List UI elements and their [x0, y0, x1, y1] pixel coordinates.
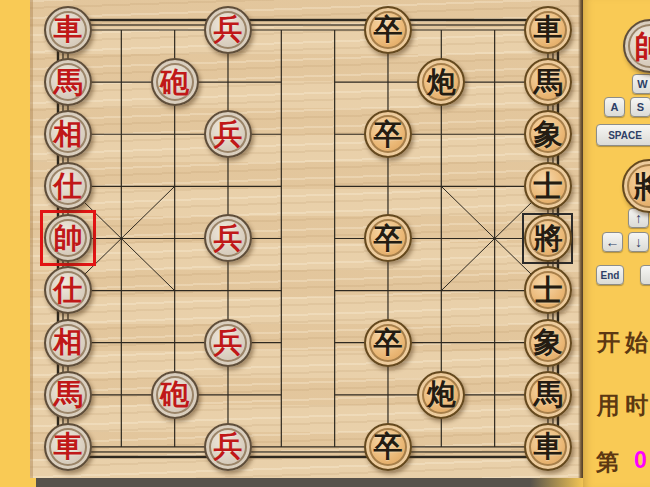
piece-black-advisor[interactable]: 士: [524, 266, 572, 314]
red-general-icon: 帥: [623, 19, 650, 73]
key-w-icon: W: [632, 74, 650, 94]
piece-red-cannon[interactable]: 砲: [151, 58, 199, 106]
sidebar: 帥 W A S SPACE 將 ↑ ← ↓ End 开始 用时 第 0: [583, 0, 650, 487]
key-s-icon: S: [630, 97, 650, 117]
piece-red-general[interactable]: 帥: [44, 214, 92, 262]
piece-black-soldier[interactable]: 卒: [364, 423, 412, 471]
move-number: 0: [634, 447, 647, 478]
xiangqi-game-screen: { "game": "xiangqi", "board": { "orienta…: [0, 0, 650, 487]
piece-black-cannon[interactable]: 炮: [417, 58, 465, 106]
piece-black-horse[interactable]: 馬: [524, 371, 572, 419]
piece-black-chariot[interactable]: 車: [524, 423, 572, 471]
piece-black-soldier[interactable]: 卒: [364, 110, 412, 158]
piece-red-soldier[interactable]: 兵: [204, 6, 252, 54]
piece-black-cannon[interactable]: 炮: [417, 371, 465, 419]
start-label: 开始: [597, 327, 650, 358]
move-counter: 第 0: [596, 447, 647, 478]
piece-red-cannon[interactable]: 砲: [151, 371, 199, 419]
black-general-icon: 將: [622, 159, 650, 213]
piece-red-elephant[interactable]: 相: [44, 110, 92, 158]
key-space-icon: SPACE: [596, 124, 650, 146]
piece-black-soldier[interactable]: 卒: [364, 6, 412, 54]
piece-black-chariot[interactable]: 車: [524, 6, 572, 54]
xiangqi-board: 車兵卒車馬砲炮馬相兵卒象仕士帥兵卒將仕士相兵卒象馬砲炮馬車兵卒車: [30, 0, 583, 478]
piece-layer: 車兵卒車馬砲炮馬相兵卒象仕士帥兵卒將仕士相兵卒象馬砲炮馬車兵卒車: [41, 4, 574, 473]
piece-red-soldier[interactable]: 兵: [204, 214, 252, 262]
key-partial-icon: [640, 265, 650, 285]
key-end-icon: End: [596, 265, 624, 285]
key-arrow-left-icon: ←: [602, 232, 623, 252]
board-shadow: [36, 478, 585, 487]
piece-red-chariot[interactable]: 車: [44, 6, 92, 54]
key-arrow-down-icon: ↓: [628, 232, 649, 252]
time-used-label: 用时: [597, 390, 650, 421]
piece-red-advisor[interactable]: 仕: [44, 162, 92, 210]
piece-black-horse[interactable]: 馬: [524, 58, 572, 106]
piece-red-advisor[interactable]: 仕: [44, 266, 92, 314]
move-prefix-label: 第: [596, 447, 619, 478]
piece-black-advisor[interactable]: 士: [524, 162, 572, 210]
piece-red-soldier[interactable]: 兵: [204, 319, 252, 367]
piece-red-chariot[interactable]: 車: [44, 423, 92, 471]
piece-red-horse[interactable]: 馬: [44, 58, 92, 106]
piece-black-soldier[interactable]: 卒: [364, 214, 412, 262]
piece-black-elephant[interactable]: 象: [524, 110, 572, 158]
piece-black-elephant[interactable]: 象: [524, 319, 572, 367]
piece-red-elephant[interactable]: 相: [44, 319, 92, 367]
key-a-icon: A: [604, 97, 625, 117]
piece-red-horse[interactable]: 馬: [44, 371, 92, 419]
piece-red-soldier[interactable]: 兵: [204, 110, 252, 158]
piece-black-general[interactable]: 將: [524, 214, 572, 262]
piece-red-soldier[interactable]: 兵: [204, 423, 252, 471]
piece-black-soldier[interactable]: 卒: [364, 319, 412, 367]
